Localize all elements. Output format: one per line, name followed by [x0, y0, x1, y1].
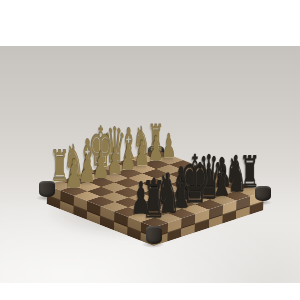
- board-square: [101, 192, 128, 202]
- chess-set-photo: ♜♞♝♛♚♝♞♜♟♟♟♟♟♟♟♟♟♟♟♟♟♟♟♟♜♞♝♛♚♝♞♜: [0, 0, 300, 300]
- board-square: [87, 187, 114, 197]
- board-square: [114, 187, 141, 197]
- board-square: [141, 198, 168, 208]
- board-square: [141, 208, 168, 218]
- board-square: [168, 199, 195, 209]
- board-square: [182, 194, 209, 204]
- board-square: [141, 188, 168, 198]
- board-foot-front: [146, 226, 162, 244]
- board-square: [195, 190, 222, 200]
- board-foot-left: [39, 181, 55, 197]
- board-square: [168, 189, 195, 199]
- board-square: [114, 197, 141, 207]
- board-square: [154, 203, 181, 213]
- board-foot-right: [255, 186, 271, 201]
- board-square: [155, 194, 182, 204]
- board-square: [128, 193, 155, 203]
- board-square: [127, 202, 154, 212]
